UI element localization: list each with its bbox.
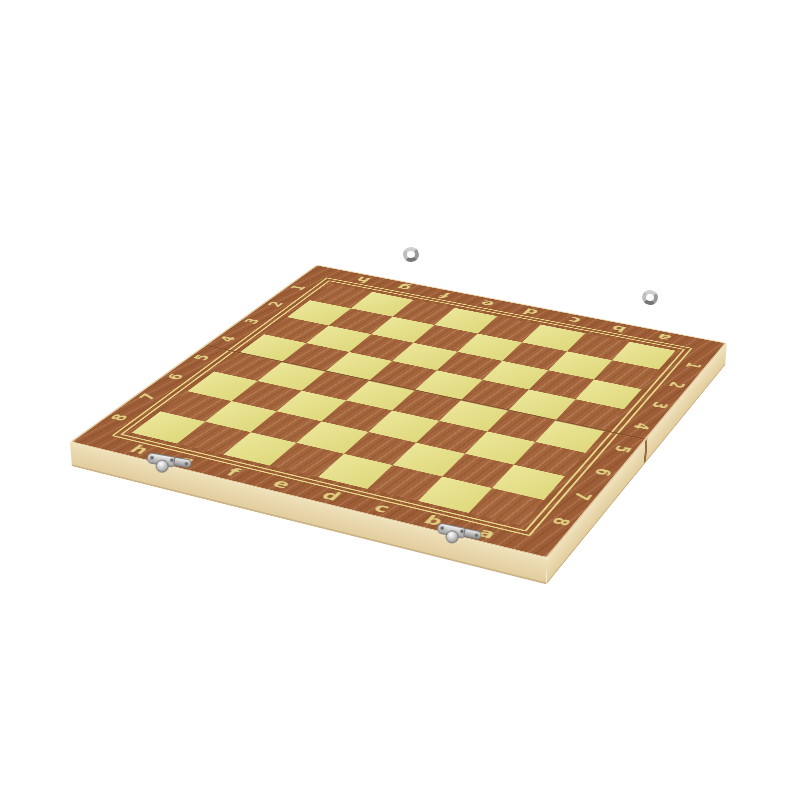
rank-label-right-6: 6 bbox=[591, 467, 615, 477]
rank-label-left-4: 4 bbox=[217, 335, 239, 343]
square bbox=[487, 410, 556, 442]
square bbox=[367, 465, 441, 501]
square bbox=[132, 411, 205, 443]
square bbox=[344, 432, 416, 465]
square bbox=[439, 400, 508, 431]
chessboard: hgfedcbahgfedcba1234567812345678 bbox=[70, 265, 727, 559]
square bbox=[250, 411, 322, 443]
file-label-top-c: c bbox=[566, 315, 584, 324]
board-top-face: hgfedcbahgfedcba1234567812345678 bbox=[70, 265, 727, 559]
rank-label-right-5: 5 bbox=[611, 444, 635, 454]
square bbox=[442, 453, 515, 488]
square bbox=[177, 422, 250, 455]
square bbox=[416, 421, 487, 454]
file-label-top-f: f bbox=[438, 291, 454, 299]
square bbox=[508, 390, 576, 421]
square bbox=[536, 420, 605, 453]
clasp-arm bbox=[463, 528, 482, 541]
square bbox=[465, 431, 536, 464]
rank-label-right-2: 2 bbox=[666, 380, 688, 389]
square bbox=[469, 488, 544, 525]
square bbox=[160, 391, 231, 422]
file-label-top-d: d bbox=[521, 307, 541, 316]
square bbox=[318, 454, 392, 489]
square bbox=[492, 465, 565, 501]
square bbox=[205, 401, 277, 432]
rank-label-right-4: 4 bbox=[630, 422, 653, 432]
rank-label-right-8: 8 bbox=[548, 516, 574, 527]
square bbox=[392, 390, 461, 421]
rank-label-left-2: 2 bbox=[265, 300, 286, 307]
rank-label-left-7: 7 bbox=[136, 392, 159, 401]
rank-label-left-5: 5 bbox=[191, 353, 213, 361]
square bbox=[369, 410, 439, 442]
file-label-bottom-c: c bbox=[370, 502, 393, 515]
rank-label-left-1: 1 bbox=[288, 284, 309, 291]
rank-label-right-7: 7 bbox=[570, 491, 595, 502]
clasp-arm bbox=[173, 457, 192, 469]
file-label-bottom-f: f bbox=[223, 467, 243, 479]
square bbox=[276, 390, 346, 421]
file-label-top-a: a bbox=[655, 332, 674, 342]
file-label-top-b: b bbox=[609, 323, 629, 333]
square bbox=[417, 477, 492, 513]
rank-label-left-8: 8 bbox=[107, 413, 131, 422]
file-label-bottom-d: d bbox=[318, 489, 344, 503]
rank-label-right-1: 1 bbox=[683, 361, 705, 369]
square bbox=[223, 432, 297, 465]
file-label-bottom-e: e bbox=[269, 478, 294, 491]
file-label-top-h: h bbox=[353, 275, 373, 284]
file-label-top-g: g bbox=[394, 283, 414, 292]
product-photo-scene: hgfedcbahgfedcba1234567812345678 bbox=[0, 0, 800, 800]
rank-label-right-3: 3 bbox=[648, 401, 671, 410]
square bbox=[297, 421, 369, 454]
square bbox=[270, 443, 344, 477]
rank-label-left-3: 3 bbox=[241, 317, 263, 325]
square bbox=[392, 442, 465, 476]
square bbox=[514, 442, 585, 476]
rank-label-left-6: 6 bbox=[164, 372, 187, 381]
square bbox=[556, 399, 624, 430]
file-label-top-e: e bbox=[478, 299, 498, 308]
square bbox=[322, 400, 392, 431]
